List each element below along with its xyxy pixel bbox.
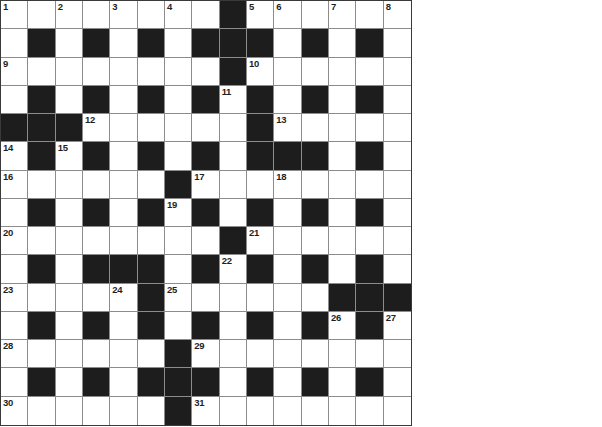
grid-cell[interactable] [1,255,28,283]
clue-number: 17 [194,171,204,183]
grid-cell[interactable] [192,58,219,86]
grid-cell[interactable] [247,397,274,425]
grid-cell[interactable] [274,284,301,312]
grid-cell[interactable]: 9 [1,58,28,86]
grid-cell[interactable] [329,397,356,425]
block-cell [247,312,274,340]
grid-cell[interactable] [165,114,192,142]
grid-cell[interactable] [56,58,83,86]
grid-cell[interactable]: 30 [1,397,28,425]
grid-cell[interactable]: 10 [247,58,274,86]
grid-cell[interactable] [56,368,83,396]
grid-cell[interactable] [28,227,55,255]
block-cell [83,142,110,170]
grid-cell[interactable]: 18 [274,171,301,199]
grid-cell[interactable] [1,368,28,396]
grid-cell[interactable] [356,1,383,29]
grid-cell[interactable]: 28 [1,340,28,368]
grid-cell[interactable] [28,58,55,86]
block-cell [28,255,55,283]
grid-cell[interactable] [192,114,219,142]
grid-cell[interactable] [56,29,83,57]
grid-cell[interactable] [165,255,192,283]
block-cell [83,312,110,340]
grid-cell[interactable] [274,255,301,283]
grid-cell[interactable] [302,227,329,255]
grid-cell[interactable] [56,255,83,283]
grid-cell[interactable]: 14 [1,142,28,170]
clue-number: 23 [3,284,13,296]
grid-cell[interactable] [384,397,411,425]
grid-cell[interactable] [356,58,383,86]
block-cell [356,255,383,283]
clue-number: 5 [249,1,254,13]
grid-cell[interactable] [192,1,219,29]
block-cell [28,199,55,227]
block-cell [138,368,165,396]
grid-cell[interactable] [220,199,247,227]
grid-cell[interactable] [247,284,274,312]
clue-number: 24 [112,284,122,296]
grid-cell[interactable] [83,171,110,199]
grid-cell[interactable] [356,114,383,142]
grid-cell[interactable] [165,86,192,114]
clue-number: 11 [222,86,231,98]
clue-number: 21 [249,227,259,239]
grid-cell[interactable] [110,199,137,227]
grid-cell[interactable] [302,397,329,425]
grid-cell[interactable] [56,312,83,340]
grid-cell[interactable] [1,29,28,57]
clue-number: 10 [249,58,259,70]
grid-cell[interactable] [302,284,329,312]
clue-number: 19 [167,199,177,211]
grid-cell[interactable] [56,340,83,368]
grid-cell[interactable] [165,227,192,255]
block-cell [302,86,329,114]
grid-cell[interactable] [56,171,83,199]
grid-cell[interactable] [83,227,110,255]
grid-cell[interactable] [384,142,411,170]
block-cell [110,255,137,283]
clue-number: 28 [3,340,13,352]
grid-cell[interactable]: 29 [192,340,219,368]
grid-cell[interactable] [110,368,137,396]
grid-cell[interactable] [83,397,110,425]
block-cell [356,368,383,396]
block-cell [356,312,383,340]
clue-number: 6 [276,1,281,13]
clue-number: 26 [331,312,341,324]
block-cell [138,29,165,57]
block-cell [192,368,219,396]
grid-cell[interactable] [274,86,301,114]
grid-cell[interactable] [302,340,329,368]
grid-cell[interactable] [274,397,301,425]
grid-cell[interactable]: 22 [220,255,247,283]
block-cell [247,114,274,142]
grid-cell[interactable]: 4 [165,1,192,29]
clue-number: 14 [3,142,13,154]
grid-cell[interactable] [110,58,137,86]
block-cell [247,199,274,227]
block-cell [247,142,274,170]
grid-cell[interactable] [329,114,356,142]
grid-cell[interactable] [274,199,301,227]
grid-cell[interactable] [329,340,356,368]
grid-cell[interactable] [384,368,411,396]
grid-cell[interactable] [356,340,383,368]
grid-cell[interactable]: 15 [56,142,83,170]
block-cell [220,58,247,86]
grid-cell[interactable] [356,227,383,255]
block-cell [28,29,55,57]
grid-cell[interactable] [165,58,192,86]
clue-number: 2 [58,1,63,13]
grid-cell[interactable] [384,171,411,199]
block-cell [192,86,219,114]
clue-number: 25 [167,284,177,296]
grid-cell[interactable] [329,227,356,255]
block-cell [138,86,165,114]
block-cell [192,312,219,340]
clue-number: 31 [194,397,204,409]
block-cell [302,142,329,170]
clue-number: 20 [3,227,13,239]
grid-cell[interactable] [220,284,247,312]
block-cell [83,86,110,114]
block-cell [356,29,383,57]
grid-cell[interactable] [356,397,383,425]
grid-cell[interactable] [110,142,137,170]
grid-cell[interactable]: 7 [329,1,356,29]
grid-cell[interactable] [138,227,165,255]
grid-cell[interactable]: 6 [274,1,301,29]
grid-cell[interactable]: 17 [192,171,219,199]
block-cell [302,199,329,227]
block-cell [302,368,329,396]
grid-cell[interactable] [110,312,137,340]
grid-cell[interactable] [220,397,247,425]
grid-cell[interactable] [329,142,356,170]
grid-cell[interactable]: 27 [384,312,411,340]
grid-cell[interactable] [274,368,301,396]
page: 1234567891011121314151617181920212223242… [0,0,602,427]
block-cell [1,114,28,142]
grid-cell[interactable] [83,340,110,368]
clue-number: 1 [3,1,8,13]
block-cell [138,142,165,170]
grid-cell[interactable] [329,199,356,227]
block-cell [138,284,165,312]
block-cell [138,199,165,227]
grid-cell[interactable]: 2 [56,1,83,29]
grid-cell[interactable] [56,199,83,227]
grid-cell[interactable] [56,227,83,255]
block-cell [83,368,110,396]
block-cell [165,340,192,368]
grid-cell[interactable] [110,171,137,199]
block-cell [220,29,247,57]
grid-cell[interactable] [83,1,110,29]
block-cell [192,255,219,283]
grid-cell[interactable] [110,114,137,142]
grid-cell[interactable] [110,29,137,57]
grid-cell[interactable] [56,86,83,114]
clue-number: 30 [3,397,13,409]
grid-cell[interactable] [274,312,301,340]
clue-number: 7 [331,1,336,13]
block-cell [247,255,274,283]
grid-cell[interactable]: 19 [165,199,192,227]
grid-cell[interactable] [1,312,28,340]
block-cell [384,284,411,312]
grid-cell[interactable]: 21 [247,227,274,255]
grid-cell[interactable]: 16 [1,171,28,199]
grid-cell[interactable] [165,312,192,340]
grid-cell[interactable] [192,227,219,255]
block-cell [302,255,329,283]
block-cell [138,255,165,283]
grid-cell[interactable] [274,227,301,255]
block-cell [83,255,110,283]
clue-number: 29 [194,340,204,352]
block-cell [247,368,274,396]
clue-number: 12 [85,114,95,126]
block-cell [28,368,55,396]
grid-cell[interactable]: 11 [220,86,247,114]
grid-cell[interactable] [247,340,274,368]
grid-cell[interactable]: 12 [83,114,110,142]
grid-cell[interactable] [302,58,329,86]
block-cell [28,142,55,170]
grid-cell[interactable] [138,114,165,142]
grid-cell[interactable] [384,29,411,57]
grid-cell[interactable] [220,142,247,170]
block-cell [165,397,192,425]
clue-number: 3 [112,1,117,13]
grid-cell[interactable] [110,227,137,255]
grid-cell[interactable] [329,368,356,396]
grid-cell[interactable]: 5 [247,1,274,29]
grid-cell[interactable] [1,199,28,227]
grid-cell[interactable] [138,397,165,425]
grid-cell[interactable] [192,284,219,312]
block-cell [356,86,383,114]
grid-cell[interactable] [83,58,110,86]
block-cell [356,284,383,312]
grid-cell[interactable] [384,58,411,86]
block-cell [274,142,301,170]
grid-cell[interactable] [274,340,301,368]
grid-cell[interactable] [302,1,329,29]
grid-cell[interactable]: 24 [110,284,137,312]
grid-cell[interactable] [220,114,247,142]
block-cell [329,284,356,312]
block-cell [247,86,274,114]
grid-cell[interactable]: 20 [1,227,28,255]
grid-cell[interactable] [274,29,301,57]
grid-cell[interactable] [110,86,137,114]
block-cell [28,114,55,142]
grid-cell[interactable] [329,58,356,86]
clue-number: 22 [222,255,232,267]
grid-cell[interactable] [83,284,110,312]
clue-number: 27 [386,312,396,324]
grid-cell[interactable] [220,340,247,368]
grid-cell[interactable] [384,255,411,283]
block-cell [83,29,110,57]
grid-cell[interactable] [384,227,411,255]
grid-cell[interactable] [138,58,165,86]
clue-number: 18 [276,171,286,183]
grid-cell[interactable] [384,199,411,227]
grid-cell[interactable] [329,255,356,283]
block-cell [220,227,247,255]
grid-cell[interactable] [329,171,356,199]
grid-cell[interactable]: 3 [110,1,137,29]
block-cell [302,312,329,340]
grid-cell[interactable] [110,340,137,368]
block-cell [302,29,329,57]
grid-cell[interactable] [28,171,55,199]
grid-cell[interactable] [384,86,411,114]
grid-cell[interactable]: 31 [192,397,219,425]
grid-cell[interactable] [28,284,55,312]
grid-cell[interactable] [1,86,28,114]
grid-cell[interactable] [329,29,356,57]
block-cell [192,142,219,170]
grid-cell[interactable] [165,29,192,57]
grid-cell[interactable] [138,340,165,368]
grid-cell[interactable] [356,171,383,199]
grid-cell[interactable] [302,171,329,199]
block-cell [56,114,83,142]
grid-cell[interactable]: 23 [1,284,28,312]
grid-cell[interactable] [274,58,301,86]
clue-number: 8 [386,1,391,13]
grid-cell[interactable]: 8 [384,1,411,29]
crossword-grid: 1234567891011121314151617181920212223242… [0,0,412,426]
block-cell [220,1,247,29]
clue-number: 9 [3,58,8,70]
block-cell [83,199,110,227]
grid-cell[interactable] [165,142,192,170]
clue-number: 15 [58,142,68,154]
grid-cell[interactable] [110,397,137,425]
clue-number: 13 [276,114,286,126]
block-cell [165,171,192,199]
grid-cell[interactable] [220,171,247,199]
block-cell [247,29,274,57]
block-cell [138,312,165,340]
grid-cell[interactable] [384,114,411,142]
block-cell [165,368,192,396]
grid-cell[interactable] [56,397,83,425]
clue-number: 16 [3,171,13,183]
block-cell [192,199,219,227]
grid-cell[interactable] [28,397,55,425]
grid-cell[interactable] [302,114,329,142]
grid-cell[interactable] [138,1,165,29]
block-cell [356,142,383,170]
grid-cell[interactable]: 1 [1,1,28,29]
grid-cell[interactable] [28,1,55,29]
clue-number: 4 [167,1,172,13]
grid-cell[interactable] [329,86,356,114]
grid-cell[interactable]: 25 [165,284,192,312]
block-cell [28,86,55,114]
grid-cell[interactable]: 26 [329,312,356,340]
block-cell [192,29,219,57]
grid-cell[interactable] [220,312,247,340]
grid-cell[interactable] [56,284,83,312]
grid-cell[interactable] [138,171,165,199]
grid-cell[interactable] [247,171,274,199]
block-cell [356,199,383,227]
grid-cell[interactable] [28,340,55,368]
grid-cell[interactable] [384,340,411,368]
block-cell [28,312,55,340]
grid-cell[interactable] [220,368,247,396]
grid-cell[interactable]: 13 [274,114,301,142]
